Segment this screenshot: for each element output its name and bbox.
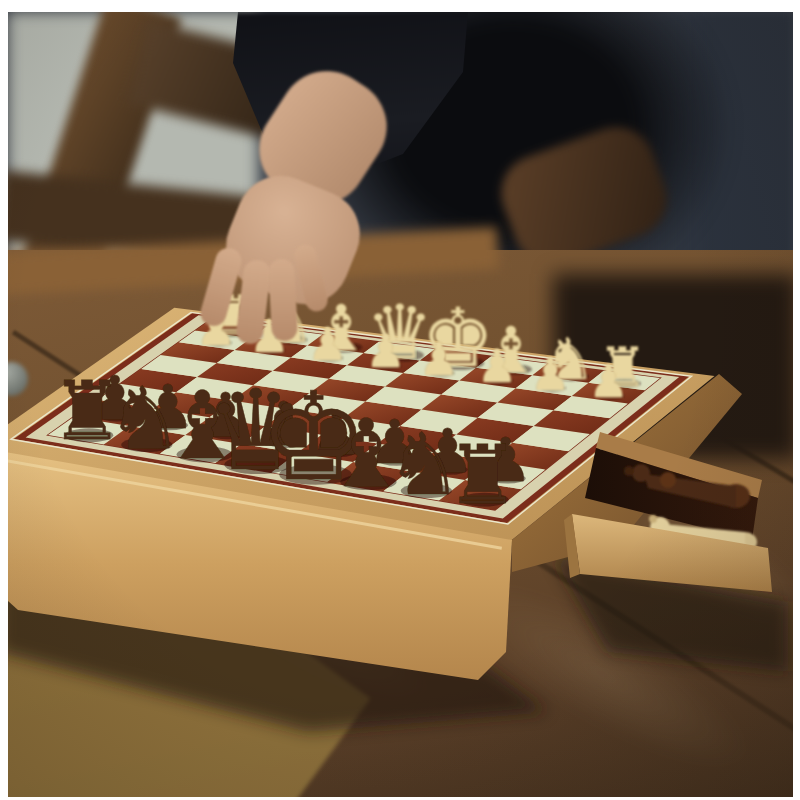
white-pawn-c2[interactable]: ♟ [307,318,348,371]
svg-text:♟: ♟ [530,348,571,401]
white-pawn-h2[interactable]: ♟ [588,355,629,408]
svg-text:♟: ♟ [419,333,460,386]
white-pawn-e2[interactable]: ♟ [419,333,460,386]
svg-text:♟: ♟ [307,318,348,371]
white-pawn-g2[interactable]: ♟ [530,348,571,401]
svg-text:♟: ♟ [365,325,406,378]
black-rook-h8[interactable]: ♜ [446,428,519,522]
photo: Overhead-angle photo of a wooden chess s… [8,12,793,797]
svg-text:♜: ♜ [446,428,519,522]
white-pawn-d2[interactable]: ♟ [365,325,406,378]
svg-text:♟: ♟ [477,340,518,393]
svg-text:♟: ♟ [588,355,629,408]
finger [268,258,298,341]
white-pawn-f2[interactable]: ♟ [477,340,518,393]
